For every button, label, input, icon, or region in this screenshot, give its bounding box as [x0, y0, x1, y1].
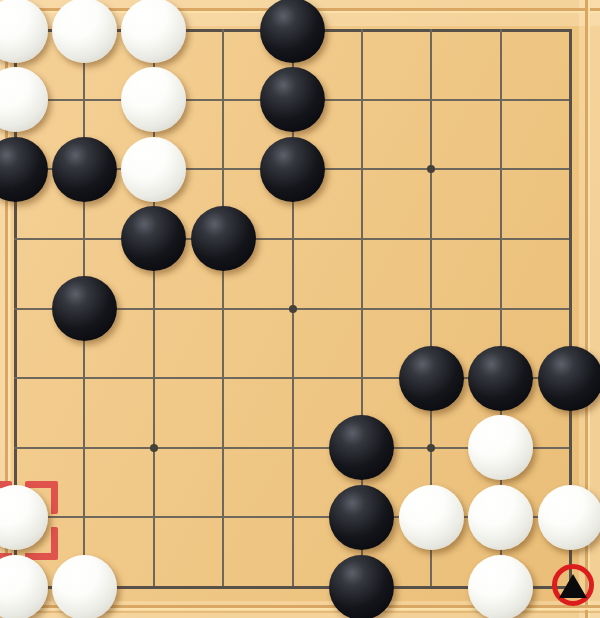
black-stone: [329, 555, 394, 618]
black-stone: [52, 276, 117, 341]
black-stone: [329, 485, 394, 550]
triangle-badge: [552, 564, 594, 606]
white-stone: [0, 0, 48, 63]
white-stone: [52, 0, 117, 63]
star-point: [150, 444, 158, 452]
white-stone: [121, 67, 186, 132]
black-stone: [399, 346, 464, 411]
star-point: [427, 165, 435, 173]
black-stone: [260, 137, 325, 202]
white-stone: [538, 485, 600, 550]
white-stone: [52, 555, 117, 618]
black-stone: [538, 346, 600, 411]
white-stone: [468, 555, 533, 618]
white-stone: [121, 137, 186, 202]
black-stone: [52, 137, 117, 202]
black-stone: [191, 206, 256, 271]
white-stone: [0, 67, 48, 132]
black-stone: [329, 415, 394, 480]
star-point: [427, 444, 435, 452]
black-stone: [0, 137, 48, 202]
black-stone: [260, 0, 325, 63]
star-point: [289, 305, 297, 313]
black-stone: [121, 206, 186, 271]
black-stone: [468, 346, 533, 411]
white-stone: [468, 485, 533, 550]
black-stone: [260, 67, 325, 132]
white-stone: [468, 415, 533, 480]
white-stone: [121, 0, 186, 63]
go-board[interactable]: [0, 0, 600, 618]
white-stone: [399, 485, 464, 550]
triangle-icon: [559, 574, 587, 598]
